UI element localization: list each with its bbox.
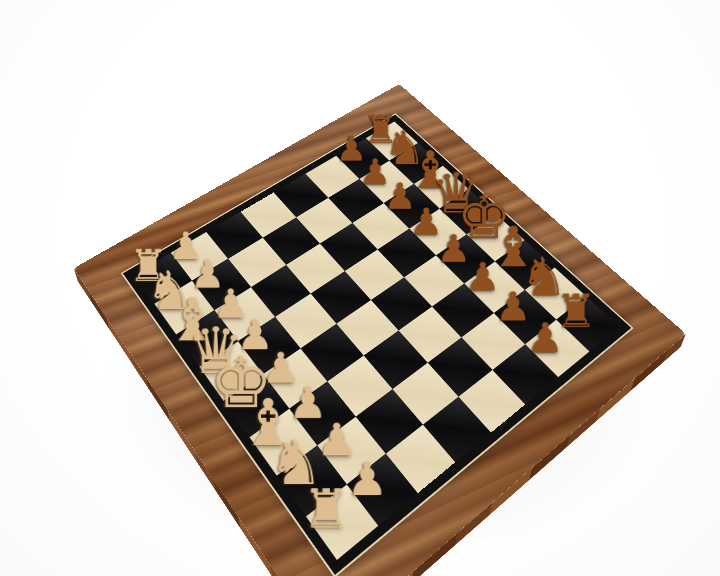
chess-board-grid: ♜♞♝♛♚♝♞♜♟♟♟♟♟♟♟♟♟♟♟♟♟♟♟♟♜♞♝♛♚♝♞♜ [134,122,620,560]
piece-black-pawn-g7[interactable]: ♟ [495,289,531,326]
perspective-wrapper: ♜♞♝♛♚♝♞♜♟♟♟♟♟♟♟♟♟♟♟♟♟♟♟♟♜♞♝♛♚♝♞♜ [0,0,720,576]
chess-board-frame: ♜♞♝♛♚♝♞♜♟♟♟♟♟♟♟♟♟♟♟♟♟♟♟♟♜♞♝♛♚♝♞♜ [74,84,686,576]
chess-set-photo-scene: ♜♞♝♛♚♝♞♜♟♟♟♟♟♟♟♟♟♟♟♟♟♟♟♟♜♞♝♛♚♝♞♜ [0,0,720,576]
chess-board: ♜♞♝♛♚♝♞♜♟♟♟♟♟♟♟♟♟♟♟♟♟♟♟♟♜♞♝♛♚♝♞♜ [123,115,631,575]
piece-white-pawn-h2[interactable]: ♟ [346,459,387,501]
piece-black-pawn-h7[interactable]: ♟ [527,320,564,358]
piece-white-rook-h1[interactable]: ♜ [302,484,350,534]
